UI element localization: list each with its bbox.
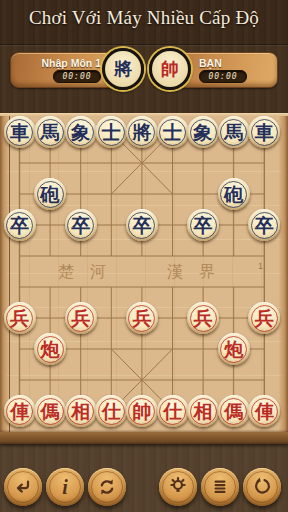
info-button[interactable]: i (46, 468, 84, 506)
piece-red-相[interactable]: 相 (65, 395, 97, 427)
piece-red-俥[interactable]: 俥 (4, 395, 36, 427)
piece-red-仕[interactable]: 仕 (157, 395, 189, 427)
opponent-time-value: 00:00 (62, 73, 91, 81)
piece-black-車[interactable]: 車 (4, 116, 36, 148)
piece-black-砲[interactable]: 砲 (34, 178, 66, 210)
piece-glyph: 卒 (255, 216, 274, 235)
piece-black-卒[interactable]: 卒 (4, 209, 36, 241)
piece-glyph: 俥 (10, 402, 29, 421)
restart-icon (250, 475, 274, 499)
piece-red-兵[interactable]: 兵 (65, 302, 97, 334)
piece-glyph: 卒 (10, 216, 29, 235)
piece-black-象[interactable]: 象 (187, 116, 219, 148)
piece-red-兵[interactable]: 兵 (187, 302, 219, 334)
piece-glyph: 士 (163, 123, 182, 142)
piece-glyph: 相 (194, 402, 213, 421)
piece-glyph: 車 (255, 123, 274, 142)
piece-glyph: 象 (71, 123, 90, 142)
swap-sides-icon (95, 475, 119, 499)
piece-red-傌[interactable]: 傌 (34, 395, 66, 427)
piece-glyph: 帥 (132, 402, 151, 421)
piece-glyph: 仕 (163, 402, 182, 421)
piece-black-卒[interactable]: 卒 (187, 209, 219, 241)
opponent-timer: 00:00 (53, 70, 101, 83)
player-name: BẠN (199, 57, 222, 69)
board-bottom-frame (0, 432, 288, 444)
piece-glyph: 兵 (194, 309, 213, 328)
piece-glyph: 炮 (224, 340, 243, 359)
piece-glyph: 馬 (224, 123, 243, 142)
piece-glyph: 兵 (132, 309, 151, 328)
restart-button[interactable] (243, 468, 281, 506)
piece-glyph: 卒 (132, 216, 151, 235)
piece-red-帥[interactable]: 帥 (126, 395, 158, 427)
black-general-glyph: 將 (114, 60, 132, 78)
piece-black-卒[interactable]: 卒 (126, 209, 158, 241)
piece-black-將[interactable]: 將 (126, 116, 158, 148)
piece-glyph: 兵 (255, 309, 274, 328)
hint-button[interactable] (159, 468, 197, 506)
piece-glyph: 馬 (41, 123, 60, 142)
piece-black-馬[interactable]: 馬 (34, 116, 66, 148)
piece-black-士[interactable]: 士 (157, 116, 189, 148)
undo-icon (11, 475, 35, 499)
piece-black-馬[interactable]: 馬 (218, 116, 250, 148)
red-general-glyph: 帥 (161, 60, 179, 78)
piece-glyph: 卒 (194, 216, 213, 235)
player-timer: 00:00 (199, 70, 247, 83)
page-title: Chơi Với Máy Nhiều Cấp Độ (0, 7, 288, 29)
player-time-value: 00:00 (208, 73, 237, 81)
swap-sides-button[interactable] (88, 468, 126, 506)
header-divider (0, 44, 288, 45)
piece-glyph: 俥 (255, 402, 274, 421)
piece-glyph: 兵 (71, 309, 90, 328)
piece-red-相[interactable]: 相 (187, 395, 219, 427)
opponent-name: Nhập Môn 1 (42, 57, 102, 69)
xiangqi-app: Chơi Với Máy Nhiều Cấp Độ Nhập Môn 1 00:… (0, 0, 288, 512)
piece-glyph: 砲 (224, 185, 243, 204)
river-mark: 1 (258, 261, 263, 271)
piece-glyph: 砲 (41, 185, 60, 204)
piece-glyph: 士 (102, 123, 121, 142)
piece-glyph: 炮 (41, 340, 60, 359)
menu-lines-icon (208, 475, 232, 499)
player-avatar: 帥 (149, 48, 191, 90)
piece-black-砲[interactable]: 砲 (218, 178, 250, 210)
piece-glyph: 傌 (224, 402, 243, 421)
piece-glyph: 卒 (71, 216, 90, 235)
piece-black-象[interactable]: 象 (65, 116, 97, 148)
piece-glyph: 傌 (41, 402, 60, 421)
piece-glyph: 車 (10, 123, 29, 142)
xiangqi-board[interactable]: 楚河 漢界 1 車馬象士將士象馬車砲砲卒卒卒卒卒兵兵兵兵兵炮炮俥傌相仕帥仕相傌俥 (0, 113, 288, 444)
piece-glyph: 將 (132, 123, 151, 142)
opponent-avatar: 將 (102, 48, 144, 90)
piece-glyph: 象 (194, 123, 213, 142)
piece-red-傌[interactable]: 傌 (218, 395, 250, 427)
piece-red-炮[interactable]: 炮 (34, 333, 66, 365)
piece-black-卒[interactable]: 卒 (65, 209, 97, 241)
undo-button[interactable] (4, 468, 42, 506)
info-icon: i (62, 477, 68, 497)
piece-glyph: 兵 (10, 309, 29, 328)
piece-red-炮[interactable]: 炮 (218, 333, 250, 365)
piece-glyph: 仕 (102, 402, 121, 421)
piece-glyph: 相 (71, 402, 90, 421)
piece-red-兵[interactable]: 兵 (126, 302, 158, 334)
menu-button[interactable] (201, 468, 239, 506)
hint-lightbulb-icon (166, 475, 190, 499)
piece-red-兵[interactable]: 兵 (4, 302, 36, 334)
